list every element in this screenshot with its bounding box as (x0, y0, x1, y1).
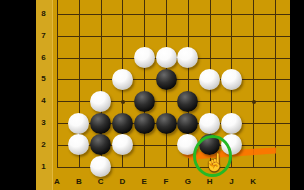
grid-line-vertical (275, 0, 276, 168)
row-label-4: 4 (36, 96, 51, 106)
row-label-6: 6 (36, 53, 51, 63)
column-label-b: B (71, 177, 86, 187)
gutter-ridge (52, 0, 53, 190)
stone-white-H5[interactable] (199, 69, 220, 90)
grid-line-vertical (57, 0, 58, 168)
left-frame-bar (0, 0, 36, 190)
stone-black-C3[interactable] (90, 113, 111, 134)
row-label-1: 1 (36, 162, 51, 172)
column-label-h: H (202, 177, 217, 187)
stone-black-E4[interactable] (134, 91, 155, 112)
column-label-g: G (180, 177, 195, 187)
stone-white-J3[interactable] (221, 113, 242, 134)
stone-black-E3[interactable] (134, 113, 155, 134)
row-label-2: 2 (36, 140, 51, 150)
column-label-a: A (50, 177, 65, 187)
stone-white-C4[interactable] (90, 91, 111, 112)
star-point (121, 100, 125, 104)
stone-white-B3[interactable] (68, 113, 89, 134)
hand-cursor-icon: ☝ (204, 152, 225, 174)
grid-line-horizontal (57, 36, 290, 37)
grid-line-vertical (144, 0, 145, 168)
stone-white-J5[interactable] (221, 69, 242, 90)
grid-line-vertical (253, 0, 254, 168)
stone-black-D3[interactable] (112, 113, 133, 134)
stone-black-F3[interactable] (156, 113, 177, 134)
stone-black-F5[interactable] (156, 69, 177, 90)
column-label-d: D (115, 177, 130, 187)
stone-white-H3[interactable] (199, 113, 220, 134)
row-label-5: 5 (36, 74, 51, 84)
stone-black-G4[interactable] (177, 91, 198, 112)
row-label-3: 3 (36, 118, 51, 128)
stone-white-E6[interactable] (134, 47, 155, 68)
column-label-f: F (159, 177, 174, 187)
right-frame-bar (290, 0, 304, 190)
go-app-screen: 87654321ABCDEFGHJK ☝ (0, 0, 304, 190)
column-label-e: E (137, 177, 152, 187)
stone-white-D5[interactable] (112, 69, 133, 90)
star-point (252, 100, 256, 104)
row-label-8: 8 (36, 9, 51, 19)
column-label-k: K (246, 177, 261, 187)
column-label-j: J (224, 177, 239, 187)
row-label-7: 7 (36, 31, 51, 41)
column-label-c: C (93, 177, 108, 187)
stone-black-G3[interactable] (177, 113, 198, 134)
grid-line-horizontal (57, 14, 290, 15)
stone-white-F6[interactable] (156, 47, 177, 68)
